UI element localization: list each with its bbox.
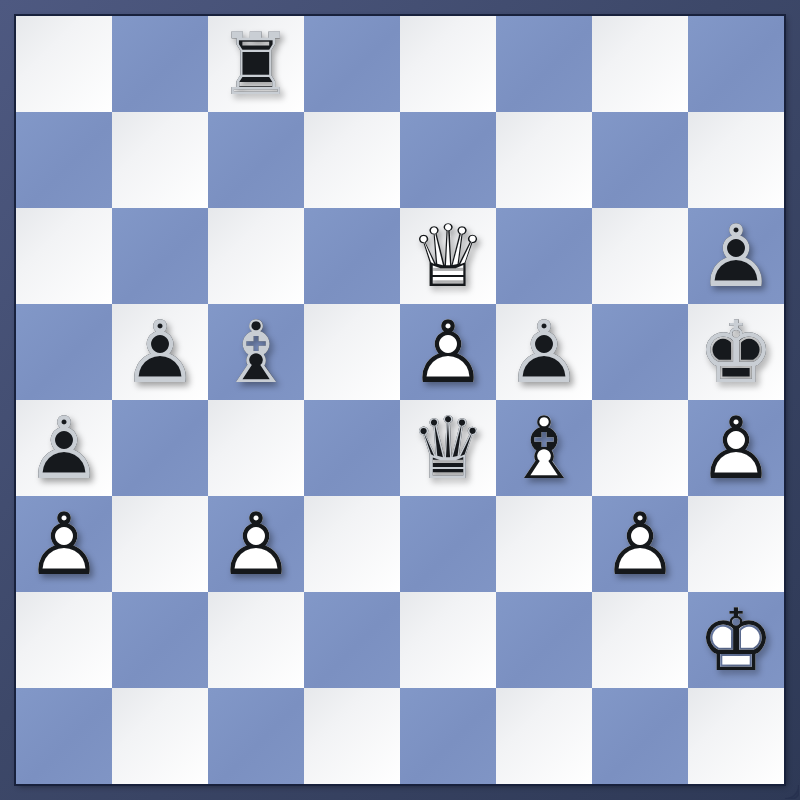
square-g4[interactable] xyxy=(592,400,688,496)
square-d4[interactable] xyxy=(304,400,400,496)
square-d7[interactable] xyxy=(304,112,400,208)
pawn-glyph-outline: ♙ xyxy=(688,208,784,304)
piece-white-bishop-f4[interactable]: ♝♗ xyxy=(496,400,592,496)
square-g3[interactable]: ♟♙ xyxy=(592,496,688,592)
pawn-glyph-outline: ♙ xyxy=(400,304,496,400)
queen-glyph-outline: ♕ xyxy=(400,208,496,304)
square-b2[interactable] xyxy=(112,592,208,688)
square-h8[interactable] xyxy=(688,16,784,112)
piece-black-rook-c8[interactable]: ♜♖ xyxy=(208,16,304,112)
square-b1[interactable] xyxy=(112,688,208,784)
square-f2[interactable] xyxy=(496,592,592,688)
piece-black-pawn-h6[interactable]: ♟♙ xyxy=(688,208,784,304)
square-c1[interactable] xyxy=(208,688,304,784)
square-f3[interactable] xyxy=(496,496,592,592)
square-a7[interactable] xyxy=(16,112,112,208)
square-g2[interactable] xyxy=(592,592,688,688)
pawn-glyph-outline: ♙ xyxy=(592,496,688,592)
square-e3[interactable] xyxy=(400,496,496,592)
board-frame: ♜♖♛♕♟♙♟♙♝♗♟♙♟♙♚♔♟♙♛♕♝♗♟♙♟♙♟♙♟♙♚♔ xyxy=(0,0,800,800)
square-d3[interactable] xyxy=(304,496,400,592)
square-f1[interactable] xyxy=(496,688,592,784)
square-b7[interactable] xyxy=(112,112,208,208)
bishop-glyph-outline: ♗ xyxy=(496,400,592,496)
square-b5[interactable]: ♟♙ xyxy=(112,304,208,400)
pawn-glyph-outline: ♙ xyxy=(208,496,304,592)
pawn-glyph-outline: ♙ xyxy=(16,496,112,592)
square-h1[interactable] xyxy=(688,688,784,784)
square-f4[interactable]: ♝♗ xyxy=(496,400,592,496)
square-c5[interactable]: ♝♗ xyxy=(208,304,304,400)
piece-black-pawn-b5[interactable]: ♟♙ xyxy=(112,304,208,400)
square-f6[interactable] xyxy=(496,208,592,304)
piece-black-king-h5[interactable]: ♚♔ xyxy=(688,304,784,400)
square-b4[interactable] xyxy=(112,400,208,496)
square-e1[interactable] xyxy=(400,688,496,784)
square-e6[interactable]: ♛♕ xyxy=(400,208,496,304)
square-d5[interactable] xyxy=(304,304,400,400)
piece-white-pawn-e5[interactable]: ♟♙ xyxy=(400,304,496,400)
square-g5[interactable] xyxy=(592,304,688,400)
corner-watermark xyxy=(773,773,799,799)
king-glyph-outline: ♔ xyxy=(688,592,784,688)
queen-glyph-outline: ♕ xyxy=(400,400,496,496)
square-c3[interactable]: ♟♙ xyxy=(208,496,304,592)
square-a6[interactable] xyxy=(16,208,112,304)
square-g8[interactable] xyxy=(592,16,688,112)
piece-black-pawn-f5[interactable]: ♟♙ xyxy=(496,304,592,400)
square-h2[interactable]: ♚♔ xyxy=(688,592,784,688)
piece-white-pawn-a3[interactable]: ♟♙ xyxy=(16,496,112,592)
square-h6[interactable]: ♟♙ xyxy=(688,208,784,304)
square-c4[interactable] xyxy=(208,400,304,496)
square-b3[interactable] xyxy=(112,496,208,592)
square-h3[interactable] xyxy=(688,496,784,592)
rook-glyph-outline: ♖ xyxy=(208,16,304,112)
piece-white-pawn-h4[interactable]: ♟♙ xyxy=(688,400,784,496)
pawn-glyph-outline: ♙ xyxy=(496,304,592,400)
piece-white-king-h2[interactable]: ♚♔ xyxy=(688,592,784,688)
piece-white-pawn-c3[interactable]: ♟♙ xyxy=(208,496,304,592)
pawn-glyph-outline: ♙ xyxy=(688,400,784,496)
square-c8[interactable]: ♜♖ xyxy=(208,16,304,112)
square-b8[interactable] xyxy=(112,16,208,112)
square-e4[interactable]: ♛♕ xyxy=(400,400,496,496)
square-e5[interactable]: ♟♙ xyxy=(400,304,496,400)
square-a2[interactable] xyxy=(16,592,112,688)
chess-board: ♜♖♛♕♟♙♟♙♝♗♟♙♟♙♚♔♟♙♛♕♝♗♟♙♟♙♟♙♟♙♚♔ xyxy=(16,16,784,784)
square-a4[interactable]: ♟♙ xyxy=(16,400,112,496)
piece-white-pawn-g3[interactable]: ♟♙ xyxy=(592,496,688,592)
square-d1[interactable] xyxy=(304,688,400,784)
king-glyph-outline: ♔ xyxy=(688,304,784,400)
bishop-glyph-outline: ♗ xyxy=(208,304,304,400)
square-f7[interactable] xyxy=(496,112,592,208)
piece-black-bishop-c5[interactable]: ♝♗ xyxy=(208,304,304,400)
square-a8[interactable] xyxy=(16,16,112,112)
square-g1[interactable] xyxy=(592,688,688,784)
piece-black-queen-e4[interactable]: ♛♕ xyxy=(400,400,496,496)
square-h4[interactable]: ♟♙ xyxy=(688,400,784,496)
square-f5[interactable]: ♟♙ xyxy=(496,304,592,400)
square-c7[interactable] xyxy=(208,112,304,208)
pawn-glyph-outline: ♙ xyxy=(16,400,112,496)
square-c6[interactable] xyxy=(208,208,304,304)
square-e2[interactable] xyxy=(400,592,496,688)
square-h5[interactable]: ♚♔ xyxy=(688,304,784,400)
square-h7[interactable] xyxy=(688,112,784,208)
square-a3[interactable]: ♟♙ xyxy=(16,496,112,592)
piece-white-queen-e6[interactable]: ♛♕ xyxy=(400,208,496,304)
square-f8[interactable] xyxy=(496,16,592,112)
square-d2[interactable] xyxy=(304,592,400,688)
piece-black-pawn-a4[interactable]: ♟♙ xyxy=(16,400,112,496)
square-d8[interactable] xyxy=(304,16,400,112)
square-a5[interactable] xyxy=(16,304,112,400)
square-b6[interactable] xyxy=(112,208,208,304)
square-g6[interactable] xyxy=(592,208,688,304)
square-d6[interactable] xyxy=(304,208,400,304)
square-g7[interactable] xyxy=(592,112,688,208)
square-a1[interactable] xyxy=(16,688,112,784)
square-c2[interactable] xyxy=(208,592,304,688)
square-e7[interactable] xyxy=(400,112,496,208)
pawn-glyph-outline: ♙ xyxy=(112,304,208,400)
square-e8[interactable] xyxy=(400,16,496,112)
